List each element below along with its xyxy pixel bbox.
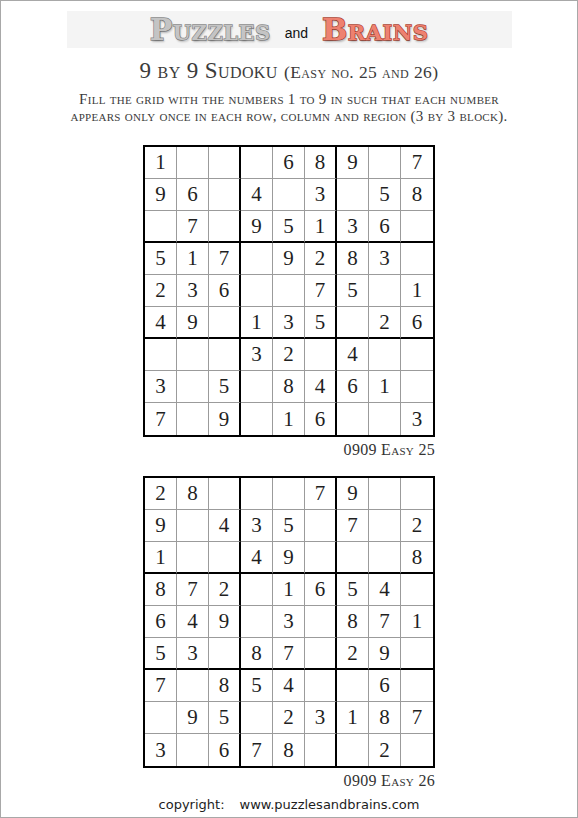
sudoku-cell-r9c6: 6 — [305, 403, 337, 435]
sudoku-cell-r4c9[interactable] — [401, 243, 433, 275]
sudoku-cell-r4c8: 3 — [369, 243, 401, 275]
sudoku-cell-r6c3[interactable] — [209, 307, 241, 339]
sudoku-cell-r1c5[interactable] — [273, 478, 305, 510]
sudoku-cell-r5c3: 9 — [209, 606, 241, 638]
sudoku-cell-r4c9[interactable] — [401, 574, 433, 606]
sudoku-cell-r6c5: 3 — [273, 307, 305, 339]
sudoku-cell-r5c4[interactable] — [241, 606, 273, 638]
site-url: www.puzzlesandbrains.com — [240, 797, 420, 812]
sudoku-cell-r8c2: 9 — [177, 702, 209, 734]
sudoku-cell-r1c1: 1 — [145, 147, 177, 179]
sudoku-cell-r3c8[interactable] — [369, 542, 401, 574]
sudoku-cell-r1c4[interactable] — [241, 478, 273, 510]
sudoku-cell-r2c5: 5 — [273, 510, 305, 542]
sudoku-cell-r4c6: 6 — [305, 574, 337, 606]
sudoku-cell-r1c2[interactable] — [177, 147, 209, 179]
sudoku-cell-r7c9[interactable] — [401, 670, 433, 702]
sudoku-cell-r8c1[interactable] — [145, 702, 177, 734]
sudoku-cell-r6c9[interactable] — [401, 638, 433, 670]
sudoku-cell-r7c3[interactable] — [209, 339, 241, 371]
sudoku-cell-r9c3: 6 — [209, 734, 241, 766]
sudoku-cell-r8c7: 1 — [337, 702, 369, 734]
sudoku-grid-25: 1689796435879513651792832367514913526324… — [143, 145, 435, 437]
instructions-line-2: appears only once in each row, column an… — [1, 108, 577, 125]
sudoku-cell-r4c2: 1 — [177, 243, 209, 275]
sudoku-cell-r9c3: 9 — [209, 403, 241, 435]
sudoku-cell-r5c6: 7 — [305, 275, 337, 307]
sudoku-grid-26: 2879943572149887216546493871538729785469… — [143, 476, 435, 768]
sudoku-cell-r9c8: 2 — [369, 734, 401, 766]
sudoku-cell-r8c4[interactable] — [241, 371, 273, 403]
sudoku-cell-r7c7: 4 — [337, 339, 369, 371]
sudoku-cell-r7c8[interactable] — [369, 339, 401, 371]
sudoku-cell-r6c2: 9 — [177, 307, 209, 339]
sudoku-cell-r7c6[interactable] — [305, 670, 337, 702]
sudoku-cell-r1c8[interactable] — [369, 478, 401, 510]
sudoku-cell-r3c9[interactable] — [401, 211, 433, 243]
sudoku-cell-r2c4: 3 — [241, 510, 273, 542]
sudoku-cell-r4c5: 9 — [273, 243, 305, 275]
sudoku-cell-r5c2: 4 — [177, 606, 209, 638]
sudoku-cell-r8c8: 8 — [369, 702, 401, 734]
sudoku-cell-r3c9: 8 — [401, 542, 433, 574]
sudoku-cell-r3c6[interactable] — [305, 542, 337, 574]
sudoku-cell-r3c3[interactable] — [209, 211, 241, 243]
puzzle-25-block: 1689796435879513651792832367514913526324… — [143, 145, 435, 459]
sudoku-cell-r4c1: 8 — [145, 574, 177, 606]
sudoku-cell-r6c4: 1 — [241, 307, 273, 339]
sudoku-cell-r2c9: 2 — [401, 510, 433, 542]
sudoku-cell-r7c4: 5 — [241, 670, 273, 702]
sudoku-cell-r8c8: 1 — [369, 371, 401, 403]
sudoku-cell-r3c4: 4 — [241, 542, 273, 574]
sudoku-cell-r3c1: 1 — [145, 542, 177, 574]
sudoku-cell-r9c2[interactable] — [177, 403, 209, 435]
sudoku-cell-r4c8: 4 — [369, 574, 401, 606]
sudoku-cell-r9c1: 7 — [145, 403, 177, 435]
sudoku-cell-r2c3[interactable] — [209, 179, 241, 211]
sudoku-cell-r5c1: 6 — [145, 606, 177, 638]
sudoku-cell-r9c9: 3 — [401, 403, 433, 435]
instructions-line-1: Fill the grid with the numbers 1 to 9 in… — [1, 91, 577, 108]
sudoku-cell-r2c6[interactable] — [305, 510, 337, 542]
logo-brains-text: Brains — [322, 15, 428, 45]
sudoku-cell-r6c8: 2 — [369, 307, 401, 339]
sudoku-cell-r8c9[interactable] — [401, 371, 433, 403]
sudoku-cell-r1c1: 2 — [145, 478, 177, 510]
sudoku-cell-r4c1: 5 — [145, 243, 177, 275]
sudoku-cell-r4c4[interactable] — [241, 574, 273, 606]
puzzle-26-block: 2879943572149887216546493871538729785469… — [143, 476, 435, 790]
sudoku-cell-r2c1: 9 — [145, 179, 177, 211]
sudoku-cell-r8c5: 8 — [273, 371, 305, 403]
sudoku-cell-r3c5: 5 — [273, 211, 305, 243]
sudoku-cell-r2c8: 5 — [369, 179, 401, 211]
sudoku-cell-r7c2[interactable] — [177, 670, 209, 702]
sudoku-cell-r8c3: 5 — [209, 702, 241, 734]
sudoku-cell-r5c2: 3 — [177, 275, 209, 307]
sudoku-cell-r2c2[interactable] — [177, 510, 209, 542]
sudoku-cell-r3c3[interactable] — [209, 542, 241, 574]
sudoku-cell-r3c2: 7 — [177, 211, 209, 243]
sudoku-cell-r2c8[interactable] — [369, 510, 401, 542]
sudoku-cell-r1c9[interactable] — [401, 478, 433, 510]
sudoku-cell-r8c2[interactable] — [177, 371, 209, 403]
sudoku-cell-r5c9: 1 — [401, 606, 433, 638]
sudoku-cell-r3c6: 1 — [305, 211, 337, 243]
sudoku-cell-r5c5: 3 — [273, 606, 305, 638]
sudoku-cell-r2c4: 4 — [241, 179, 273, 211]
sudoku-cell-r1c9: 7 — [401, 147, 433, 179]
sudoku-cell-r6c7[interactable] — [337, 307, 369, 339]
sudoku-cell-r8c9: 7 — [401, 702, 433, 734]
sudoku-cell-r2c6: 3 — [305, 179, 337, 211]
sudoku-cell-r3c7: 3 — [337, 211, 369, 243]
sudoku-cell-r6c1: 4 — [145, 307, 177, 339]
page: Puzzles and Brains 9 by 9 Sudoku (Easy n… — [0, 0, 578, 818]
sudoku-cell-r9c7[interactable] — [337, 734, 369, 766]
sudoku-cell-r5c1: 2 — [145, 275, 177, 307]
sudoku-cell-r2c3: 4 — [209, 510, 241, 542]
sudoku-cell-r7c7[interactable] — [337, 670, 369, 702]
sudoku-cell-r7c5: 2 — [273, 339, 305, 371]
sudoku-cell-r9c2[interactable] — [177, 734, 209, 766]
sudoku-cell-r3c5: 9 — [273, 542, 305, 574]
sudoku-cell-r1c3[interactable] — [209, 147, 241, 179]
sudoku-cell-r8c7: 6 — [337, 371, 369, 403]
sudoku-cell-r1c5: 6 — [273, 147, 305, 179]
page-title-main: 9 by 9 Sudoku — [140, 58, 278, 83]
sudoku-cell-r1c6: 7 — [305, 478, 337, 510]
sudoku-cell-r6c3[interactable] — [209, 638, 241, 670]
sudoku-cell-r5c4[interactable] — [241, 275, 273, 307]
sudoku-cell-r1c7: 9 — [337, 478, 369, 510]
sudoku-cell-r6c4: 8 — [241, 638, 273, 670]
sudoku-cell-r9c7[interactable] — [337, 403, 369, 435]
copyright-label: copyright: — [159, 797, 225, 812]
sudoku-cell-r1c3[interactable] — [209, 478, 241, 510]
sudoku-cell-r7c6[interactable] — [305, 339, 337, 371]
puzzle-25-label: 0909 Easy 25 — [143, 440, 435, 459]
sudoku-cell-r6c8: 9 — [369, 638, 401, 670]
sudoku-cell-r4c7: 5 — [337, 574, 369, 606]
sudoku-cell-r7c2[interactable] — [177, 339, 209, 371]
sudoku-cell-r4c3: 7 — [209, 243, 241, 275]
sudoku-cell-r5c7: 5 — [337, 275, 369, 307]
sudoku-cell-r5c5[interactable] — [273, 275, 305, 307]
sudoku-cell-r9c4[interactable] — [241, 403, 273, 435]
sudoku-cell-r2c7[interactable] — [337, 179, 369, 211]
sudoku-cell-r7c3: 8 — [209, 670, 241, 702]
sudoku-cell-r9c6[interactable] — [305, 734, 337, 766]
sudoku-cell-r6c2: 3 — [177, 638, 209, 670]
sudoku-cell-r4c4[interactable] — [241, 243, 273, 275]
sudoku-cell-r1c7: 9 — [337, 147, 369, 179]
sudoku-cell-r1c8[interactable] — [369, 147, 401, 179]
sudoku-cell-r2c7: 7 — [337, 510, 369, 542]
sudoku-cell-r3c1[interactable] — [145, 211, 177, 243]
logo-and-text: and — [285, 25, 308, 41]
sudoku-cell-r7c8: 6 — [369, 670, 401, 702]
sudoku-cell-r8c1: 3 — [145, 371, 177, 403]
logo-band: Puzzles and Brains — [67, 11, 512, 48]
sudoku-cell-r6c1: 5 — [145, 638, 177, 670]
sudoku-cell-r7c4: 3 — [241, 339, 273, 371]
sudoku-cell-r5c9: 1 — [401, 275, 433, 307]
sudoku-cell-r8c6: 4 — [305, 371, 337, 403]
sudoku-cell-r1c6: 8 — [305, 147, 337, 179]
logo-puzzles-text: Puzzles — [150, 15, 271, 45]
sudoku-cell-r9c5: 1 — [273, 403, 305, 435]
sudoku-cell-r2c9: 8 — [401, 179, 433, 211]
puzzle-26-label: 0909 Easy 26 — [143, 771, 435, 790]
sudoku-cell-r1c4[interactable] — [241, 147, 273, 179]
sudoku-cell-r9c5: 8 — [273, 734, 305, 766]
sudoku-cell-r1c2: 8 — [177, 478, 209, 510]
page-title: 9 by 9 Sudoku (Easy no. 25 and 26) — [1, 58, 577, 85]
sudoku-cell-r8c4[interactable] — [241, 702, 273, 734]
sudoku-cell-r5c6[interactable] — [305, 606, 337, 638]
sudoku-cell-r5c8[interactable] — [369, 275, 401, 307]
sudoku-cell-r9c4: 7 — [241, 734, 273, 766]
sudoku-cell-r8c3: 5 — [209, 371, 241, 403]
sudoku-cell-r7c5: 4 — [273, 670, 305, 702]
sudoku-cell-r9c8[interactable] — [369, 403, 401, 435]
sudoku-cell-r8c6: 3 — [305, 702, 337, 734]
sudoku-cell-r6c6: 5 — [305, 307, 337, 339]
sudoku-cell-r4c2: 7 — [177, 574, 209, 606]
sudoku-cell-r7c1: 7 — [145, 670, 177, 702]
sudoku-cell-r3c7[interactable] — [337, 542, 369, 574]
sudoku-cell-r6c7: 2 — [337, 638, 369, 670]
sudoku-cell-r2c5[interactable] — [273, 179, 305, 211]
sudoku-cell-r6c5: 7 — [273, 638, 305, 670]
sudoku-cell-r5c3: 6 — [209, 275, 241, 307]
sudoku-cell-r9c1: 3 — [145, 734, 177, 766]
sudoku-cell-r6c9: 6 — [401, 307, 433, 339]
sudoku-cell-r3c4: 9 — [241, 211, 273, 243]
sudoku-cell-r2c1: 9 — [145, 510, 177, 542]
sudoku-cell-r3c2[interactable] — [177, 542, 209, 574]
page-title-suffix: (Easy no. 25 and 26) — [284, 62, 439, 82]
sudoku-cell-r6c6[interactable] — [305, 638, 337, 670]
sudoku-cell-r4c6: 2 — [305, 243, 337, 275]
sudoku-cell-r4c7: 8 — [337, 243, 369, 275]
sudoku-cell-r3c8: 6 — [369, 211, 401, 243]
sudoku-cell-r4c5: 1 — [273, 574, 305, 606]
instructions: Fill the grid with the numbers 1 to 9 in… — [1, 91, 577, 125]
sudoku-cell-r8c5: 2 — [273, 702, 305, 734]
sudoku-cell-r9c9[interactable] — [401, 734, 433, 766]
sudoku-cell-r7c1[interactable] — [145, 339, 177, 371]
sudoku-cell-r4c3: 2 — [209, 574, 241, 606]
sudoku-cell-r7c9[interactable] — [401, 339, 433, 371]
sudoku-cell-r5c8: 7 — [369, 606, 401, 638]
sudoku-cell-r2c2: 6 — [177, 179, 209, 211]
footer: copyright:www.puzzlesandbrains.com — [1, 797, 577, 812]
sudoku-cell-r5c7: 8 — [337, 606, 369, 638]
